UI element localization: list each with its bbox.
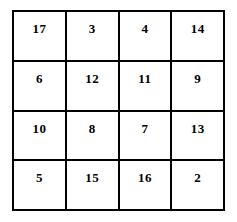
cell-number: 2 (194, 171, 201, 184)
cell-r2c1: 6 (14, 62, 65, 110)
cell-number: 7 (141, 122, 148, 135)
cell-r1c2: 3 (67, 12, 118, 60)
cell-number: 13 (191, 122, 205, 135)
cell-number: 4 (141, 22, 148, 35)
cell-r3c3: 7 (120, 112, 171, 160)
cell-r4c3: 16 (120, 161, 171, 209)
cell-number: 16 (138, 171, 152, 184)
cell-r4c2: 15 (67, 161, 118, 209)
cell-number: 6 (36, 72, 43, 85)
cell-r1c3: 4 (120, 12, 171, 60)
cell-number: 5 (36, 171, 43, 184)
cell-r2c2: 12 (67, 62, 118, 110)
cell-r2c3: 11 (120, 62, 171, 110)
cell-r1c1: 17 (14, 12, 65, 60)
cell-number: 11 (138, 72, 151, 85)
magic-square-board: 173414612119108713515162 (12, 10, 225, 211)
cell-number: 8 (89, 122, 96, 135)
cell-r4c1: 5 (14, 161, 65, 209)
cell-number: 3 (89, 22, 96, 35)
cell-r2c4: 9 (172, 62, 223, 110)
cell-r3c2: 8 (67, 112, 118, 160)
cell-number: 15 (85, 171, 99, 184)
cell-r1c4: 14 (172, 12, 223, 60)
cell-number: 14 (191, 22, 205, 35)
cell-number: 9 (194, 72, 201, 85)
cell-number: 10 (32, 122, 46, 135)
cell-number: 12 (85, 72, 99, 85)
cell-number: 17 (32, 22, 46, 35)
cell-r3c1: 10 (14, 112, 65, 160)
cell-r3c4: 13 (172, 112, 223, 160)
cell-r4c4: 2 (172, 161, 223, 209)
